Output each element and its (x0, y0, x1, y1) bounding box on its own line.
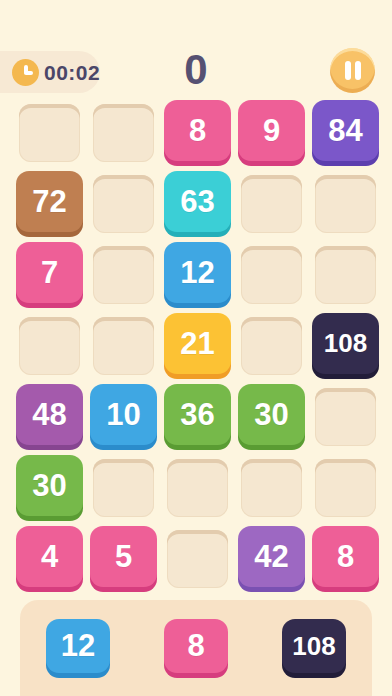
board-cell-r7c2[interactable]: 5 (93, 530, 154, 588)
tile-36[interactable]: 36 (164, 384, 231, 445)
tile-tray: 128108 (20, 600, 372, 696)
tile-63[interactable]: 63 (164, 171, 231, 232)
board-cell-r5c4[interactable]: 30 (241, 388, 302, 446)
pause-button[interactable] (330, 48, 375, 93)
tile-30[interactable]: 30 (238, 384, 305, 445)
tile-108[interactable]: 108 (312, 313, 379, 374)
board-cell-r2c3[interactable]: 63 (167, 175, 228, 233)
board-cell-r1c1[interactable] (19, 104, 80, 162)
board-cell-r5c5[interactable] (315, 388, 376, 446)
tile-9[interactable]: 9 (238, 100, 305, 161)
tile-30[interactable]: 30 (16, 455, 83, 516)
tile-72[interactable]: 72 (16, 171, 83, 232)
board-cell-r6c2[interactable] (93, 459, 154, 517)
tile-12[interactable]: 12 (46, 619, 110, 673)
tile-8[interactable]: 8 (164, 100, 231, 161)
board-cell-r4c4[interactable] (241, 317, 302, 375)
board-cell-r3c5[interactable] (315, 246, 376, 304)
tile-12[interactable]: 12 (164, 242, 231, 303)
tile-10[interactable]: 10 (90, 384, 157, 445)
board-cell-r2c4[interactable] (241, 175, 302, 233)
board-cell-r4c2[interactable] (93, 317, 154, 375)
game-screen: 00:02 0 8984726371221108481036303045428 … (0, 0, 392, 696)
board-cell-r7c4[interactable]: 42 (241, 530, 302, 588)
board-cell-r7c1[interactable]: 4 (19, 530, 80, 588)
board-cell-r5c2[interactable]: 10 (93, 388, 154, 446)
board-cell-r6c5[interactable] (315, 459, 376, 517)
board-cell-r1c3[interactable]: 8 (167, 104, 228, 162)
board-cell-r6c3[interactable] (167, 459, 228, 517)
board-cell-r7c5[interactable]: 8 (315, 530, 376, 588)
tile-21[interactable]: 21 (164, 313, 231, 374)
tile-42[interactable]: 42 (238, 526, 305, 587)
tile-8[interactable]: 8 (312, 526, 379, 587)
pause-icon (355, 61, 361, 80)
board-cell-r1c5[interactable]: 84 (315, 104, 376, 162)
board-cell-r3c4[interactable] (241, 246, 302, 304)
board-cell-r5c1[interactable]: 48 (19, 388, 80, 446)
tile-5[interactable]: 5 (90, 526, 157, 587)
tile-4[interactable]: 4 (16, 526, 83, 587)
board-cell-r4c1[interactable] (19, 317, 80, 375)
board-cell-r2c5[interactable] (315, 175, 376, 233)
board-cell-r4c5[interactable]: 108 (315, 317, 376, 375)
board-cell-r1c4[interactable]: 9 (241, 104, 302, 162)
pause-icon (345, 61, 351, 80)
tile-108[interactable]: 108 (282, 619, 346, 673)
tile-7[interactable]: 7 (16, 242, 83, 303)
board-cell-r3c3[interactable]: 12 (167, 246, 228, 304)
board-cell-r6c1[interactable]: 30 (19, 459, 80, 517)
board-cell-r6c4[interactable] (241, 459, 302, 517)
board-cell-r4c3[interactable]: 21 (167, 317, 228, 375)
board-cell-r2c1[interactable]: 72 (19, 175, 80, 233)
board: 8984726371221108481036303045428 (19, 104, 376, 588)
board-cell-r7c3[interactable] (167, 530, 228, 588)
board-cell-r1c2[interactable] (93, 104, 154, 162)
tile-8[interactable]: 8 (164, 619, 228, 673)
tile-48[interactable]: 48 (16, 384, 83, 445)
board-cell-r5c3[interactable]: 36 (167, 388, 228, 446)
board-cell-r3c1[interactable]: 7 (19, 246, 80, 304)
tile-84[interactable]: 84 (312, 100, 379, 161)
board-cell-r3c2[interactable] (93, 246, 154, 304)
board-cell-r2c2[interactable] (93, 175, 154, 233)
